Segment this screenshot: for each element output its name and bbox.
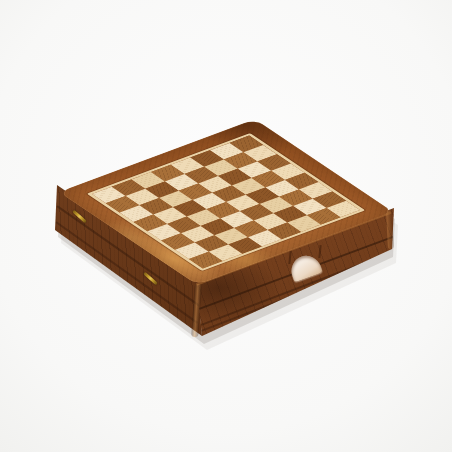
chess-box-photo — [0, 0, 452, 452]
notch-cut-line — [318, 245, 321, 258]
notch-cut-line — [288, 251, 291, 264]
